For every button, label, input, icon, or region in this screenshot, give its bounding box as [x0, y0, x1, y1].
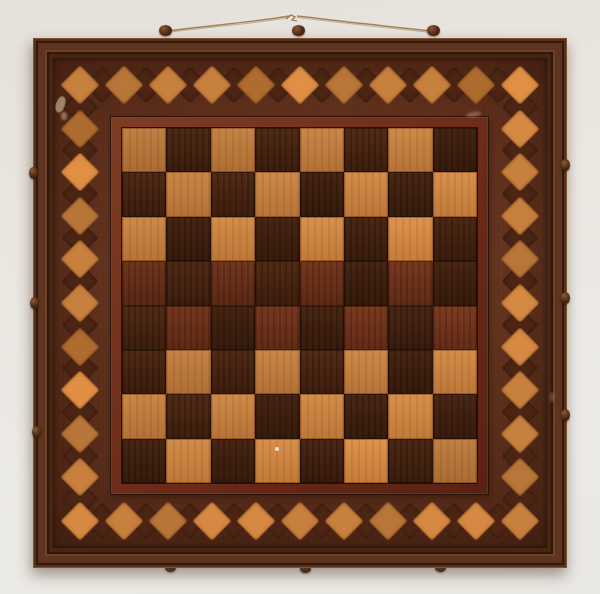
board-square[interactable]: [344, 306, 388, 350]
inlay-diamond: [456, 65, 496, 105]
inlay-diamond: [500, 370, 540, 410]
board-square[interactable]: [300, 261, 344, 305]
board-square[interactable]: [122, 350, 166, 394]
board-square[interactable]: [166, 439, 210, 483]
inlay-diamond: [192, 501, 232, 541]
inlay-diamond: [104, 65, 144, 105]
board-square[interactable]: [433, 172, 477, 216]
inlay-diamond: [236, 65, 276, 105]
board-square[interactable]: [255, 261, 299, 305]
board-square[interactable]: [211, 394, 255, 438]
board-square[interactable]: [300, 217, 344, 261]
board-square[interactable]: [388, 306, 432, 350]
board-square[interactable]: [166, 261, 210, 305]
inlay-diamond: [500, 283, 540, 323]
board-square[interactable]: [211, 439, 255, 483]
inlay-diamond: [60, 109, 100, 149]
frame-knob-top: [427, 25, 440, 36]
board-square[interactable]: [255, 439, 299, 483]
frame-knob-left: [32, 426, 41, 438]
frame-knob-right: [561, 409, 570, 421]
board-square[interactable]: [211, 217, 255, 261]
inlay-diamond: [368, 65, 408, 105]
checkerboard: [122, 128, 477, 483]
game-board: [33, 38, 567, 568]
board-square[interactable]: [388, 261, 432, 305]
board-square[interactable]: [166, 350, 210, 394]
inlay-diamond: [412, 501, 452, 541]
inlay-diamond: [280, 65, 320, 105]
board-square[interactable]: [344, 350, 388, 394]
board-square[interactable]: [211, 350, 255, 394]
board-square[interactable]: [300, 394, 344, 438]
inlay-diamond: [60, 240, 100, 280]
inlay-diamond: [500, 109, 540, 149]
frame-knob-top: [292, 25, 305, 36]
frame-knob-right: [561, 292, 570, 304]
board-square[interactable]: [166, 394, 210, 438]
board-square[interactable]: [122, 439, 166, 483]
frame-knob-right: [561, 159, 570, 171]
board-square[interactable]: [122, 261, 166, 305]
board-square[interactable]: [300, 128, 344, 172]
inlay-diamond: [148, 65, 188, 105]
inlay-diamond: [60, 65, 100, 105]
board-square[interactable]: [255, 350, 299, 394]
board-square[interactable]: [211, 261, 255, 305]
inlay-diamond: [104, 501, 144, 541]
checkerboard-molding: [111, 117, 488, 494]
inlay-diamond: [500, 414, 540, 454]
board-square[interactable]: [388, 217, 432, 261]
inlay-diamond: [60, 196, 100, 236]
board-square[interactable]: [211, 306, 255, 350]
inlay-diamond: [60, 370, 100, 410]
board-square[interactable]: [300, 172, 344, 216]
board-square[interactable]: [344, 394, 388, 438]
board-square[interactable]: [122, 128, 166, 172]
frame-knob-left: [30, 297, 39, 309]
inlay-diamond: [60, 283, 100, 323]
inlay-diamond: [500, 240, 540, 280]
board-square[interactable]: [255, 306, 299, 350]
board-square[interactable]: [344, 261, 388, 305]
board-square[interactable]: [166, 217, 210, 261]
inlay-diamond: [60, 501, 100, 541]
board-square[interactable]: [433, 261, 477, 305]
photo-backdrop: [0, 0, 600, 594]
board-square[interactable]: [388, 350, 432, 394]
inlay-diamond: [368, 501, 408, 541]
board-square[interactable]: [388, 172, 432, 216]
inlay-diamond: [500, 458, 540, 498]
board-square[interactable]: [388, 128, 432, 172]
inlay-diamond: [148, 501, 188, 541]
inlay-diamond: [500, 65, 540, 105]
board-square[interactable]: [255, 394, 299, 438]
board-square[interactable]: [122, 217, 166, 261]
inlay-diamond: [60, 152, 100, 192]
board-square[interactable]: [122, 172, 166, 216]
board-square[interactable]: [166, 172, 210, 216]
inlay-diamond: [192, 65, 232, 105]
board-square[interactable]: [300, 306, 344, 350]
frame-knob-top: [159, 25, 172, 36]
board-square[interactable]: [344, 128, 388, 172]
board-square[interactable]: [344, 217, 388, 261]
inlay-diamond: [236, 501, 276, 541]
inlay-diamond: [324, 501, 364, 541]
board-square[interactable]: [433, 439, 477, 483]
inlay-diamond: [60, 327, 100, 367]
inlay-diamond: [60, 458, 100, 498]
board-square[interactable]: [433, 306, 477, 350]
board-square[interactable]: [300, 439, 344, 483]
board-square[interactable]: [255, 128, 299, 172]
board-square[interactable]: [255, 172, 299, 216]
inlay-diamond: [500, 196, 540, 236]
inlay-diamond: [412, 65, 452, 105]
board-square[interactable]: [255, 217, 299, 261]
inlay-diamond: [324, 65, 364, 105]
board-square[interactable]: [433, 217, 477, 261]
inlay-diamond: [280, 501, 320, 541]
wire-right-strand: [297, 18, 432, 33]
wire-right-segment: [297, 16, 432, 31]
board-square[interactable]: [122, 394, 166, 438]
board-square[interactable]: [122, 306, 166, 350]
wire-left-segment: [166, 16, 289, 31]
board-square[interactable]: [166, 306, 210, 350]
frame-knob-left: [29, 167, 38, 179]
inlay-diamond: [456, 501, 496, 541]
board-square[interactable]: [166, 128, 210, 172]
board-square[interactable]: [433, 128, 477, 172]
board-square[interactable]: [211, 128, 255, 172]
board-square[interactable]: [344, 439, 388, 483]
board-square[interactable]: [388, 439, 432, 483]
inlay-diamond: [60, 414, 100, 454]
board-field: [53, 58, 547, 548]
inlay-diamond: [500, 327, 540, 367]
board-square[interactable]: [211, 172, 255, 216]
board-square[interactable]: [388, 394, 432, 438]
board-square[interactable]: [433, 350, 477, 394]
inlay-diamond: [500, 501, 540, 541]
wire-left-strand: [166, 18, 289, 33]
board-square[interactable]: [433, 394, 477, 438]
inlay-diamond: [500, 152, 540, 192]
board-square[interactable]: [300, 350, 344, 394]
board-square[interactable]: [344, 172, 388, 216]
